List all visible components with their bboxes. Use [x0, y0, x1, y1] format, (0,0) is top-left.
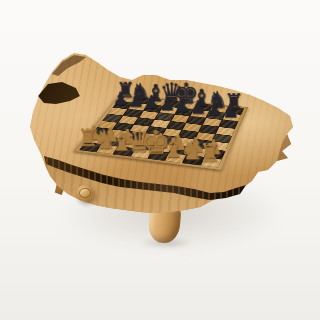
- drawer-knob: [76, 185, 94, 201]
- square-a5: [103, 114, 123, 122]
- black-pawn: ♟: [190, 98, 207, 116]
- leg-shadow: [140, 238, 194, 248]
- black-pawn: ♟: [128, 91, 144, 109]
- black-pawn: ♟: [206, 100, 223, 119]
- black-pawn: ♟: [222, 101, 239, 120]
- square-h1: ♜: [201, 158, 222, 168]
- black-pawn: ♟: [174, 96, 190, 114]
- black-pawn: ♟: [113, 90, 129, 108]
- square-h7: ♟: [223, 113, 241, 121]
- white-rook: ♜: [199, 141, 222, 166]
- black-pawn: ♟: [159, 94, 175, 112]
- chess-table-photo: ♜♞♝♛♚♝♞♜♟♟♟♟♟♟♟♟♟♟♟♟♟♟♟♟♜♞♝♛♚♝♞♜: [0, 0, 320, 320]
- square-h6: [220, 120, 238, 128]
- black-pawn: ♟: [143, 93, 159, 111]
